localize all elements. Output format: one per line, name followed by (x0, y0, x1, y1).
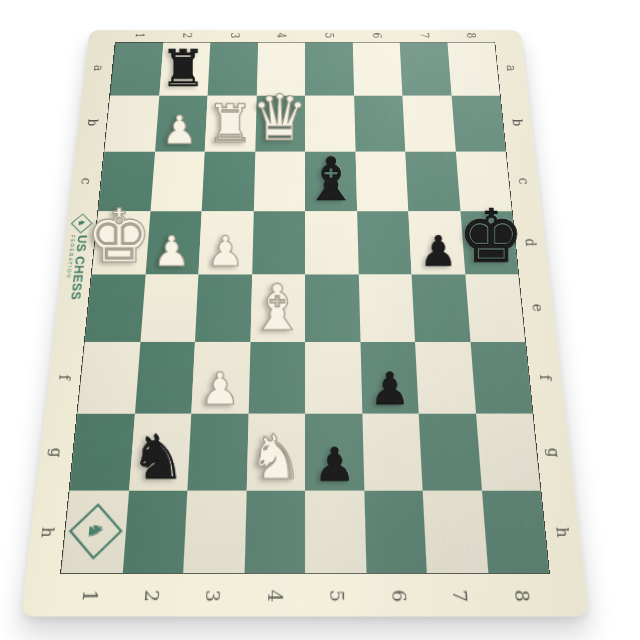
square-h5 (305, 491, 366, 573)
square-g4: ♞ (246, 414, 305, 491)
square-h2 (122, 491, 187, 573)
coord-label-top-3: 3 (228, 33, 241, 39)
coord-label-left-f: f (56, 375, 73, 380)
label-slot-bottom-6: 7 (427, 574, 492, 616)
black-rook: ♜ (161, 43, 207, 94)
label-slot-bottom-7: 8 (489, 574, 555, 616)
square-g2: ♞ (129, 414, 192, 491)
label-slot-bottom-1: 2 (118, 574, 183, 616)
square-b3: ♜ (205, 96, 257, 152)
square-b1 (104, 96, 158, 152)
rank-labels-bottom: 12345678 (56, 574, 555, 616)
white-pawn: ♟ (200, 367, 240, 412)
coord-label-bottom-7: 7 (448, 589, 471, 602)
square-e6 (358, 275, 415, 342)
square-e3 (195, 275, 252, 342)
black-king: ♚ (458, 199, 524, 273)
square-c3 (202, 152, 255, 212)
coord-label-right-e: e (529, 304, 546, 312)
coord-label-right-b: b (510, 119, 526, 126)
square-e1 (85, 275, 145, 342)
square-d1: ♚ (92, 211, 150, 274)
square-f1 (78, 342, 140, 414)
square-h8 (481, 491, 548, 573)
white-bishop: ♝ (249, 276, 306, 340)
label-slot-bottom-0: 1 (56, 574, 122, 616)
square-e4: ♝ (250, 275, 305, 342)
square-a8 (447, 43, 500, 96)
coord-label-top-8: 8 (464, 33, 477, 39)
white-pawn: ♟ (206, 231, 243, 273)
square-d2: ♟ (145, 211, 202, 274)
square-f6: ♟ (360, 342, 419, 414)
square-f7 (415, 342, 476, 414)
coord-label-right-d: d (522, 238, 539, 246)
square-d8: ♚ (460, 211, 518, 274)
square-g5: ♟ (305, 414, 364, 491)
coord-label-right-f: f (537, 375, 554, 380)
square-e2 (140, 275, 198, 342)
square-e5 (305, 275, 360, 342)
label-slot-top-6: 7 (399, 29, 447, 42)
white-pawn: ♟ (162, 111, 197, 150)
square-f2 (134, 342, 195, 414)
board-grid: ♜♟♜♛♝♚♟♟♟♚♝♟♟♞♞♟♞ (60, 42, 550, 574)
label-slot-bottom-2: 3 (180, 574, 243, 616)
coord-label-bottom-3: 3 (201, 589, 223, 602)
square-a2: ♜ (159, 43, 210, 96)
square-d3: ♟ (198, 211, 253, 274)
coord-label-top-7: 7 (417, 33, 430, 39)
coord-label-left-c: c (78, 177, 94, 184)
square-f3: ♟ (191, 342, 250, 414)
coord-label-top-5: 5 (322, 33, 334, 39)
square-e7 (412, 275, 470, 342)
coord-label-top-1: 1 (133, 33, 146, 39)
square-a1 (110, 43, 163, 96)
coord-label-bottom-6: 6 (387, 589, 409, 602)
square-g3 (187, 414, 248, 491)
coord-label-right-c: c (516, 177, 532, 184)
watermark-diamond-knight-icon: ♞ (69, 503, 123, 560)
square-c2 (150, 152, 205, 212)
label-slot-top-3: 4 (257, 29, 305, 42)
square-d5 (305, 211, 358, 274)
coord-label-right-h: h (553, 527, 572, 538)
coord-label-right-g: g (544, 447, 562, 457)
label-slot-top-0: 1 (115, 29, 164, 42)
coord-label-left-h: h (38, 527, 57, 538)
white-king: ♚ (86, 199, 152, 273)
square-d6 (357, 211, 412, 274)
square-c6 (355, 152, 408, 212)
label-slot-right-0: a (495, 42, 528, 95)
label-slot-top-5: 6 (352, 29, 400, 42)
square-h1: ♞ (61, 491, 128, 573)
square-a7 (400, 43, 451, 96)
coord-label-top-2: 2 (180, 33, 193, 39)
square-b8 (451, 96, 505, 152)
square-f8 (470, 342, 532, 414)
square-b6 (354, 96, 406, 152)
square-c5: ♝ (305, 152, 357, 212)
square-c7 (405, 152, 460, 212)
square-h6 (364, 491, 427, 573)
square-a3 (208, 43, 258, 96)
coord-label-left-b: b (85, 119, 101, 126)
black-pawn: ♟ (314, 442, 355, 488)
square-b4: ♛ (255, 96, 305, 152)
coord-label-bottom-5: 5 (325, 589, 347, 602)
black-pawn: ♟ (370, 367, 410, 412)
chess-board-sheet: 12345678 12345678 abcfgh abcdefgh ♞ US C… (21, 30, 589, 616)
label-slot-bottom-3: 4 (243, 574, 305, 616)
square-h3 (183, 491, 246, 573)
square-b7 (402, 96, 455, 152)
square-g1 (70, 414, 135, 491)
white-queen: ♛ (251, 86, 308, 150)
coord-label-bottom-2: 2 (139, 589, 162, 602)
square-h4 (244, 491, 305, 573)
black-knight: ♞ (131, 427, 186, 489)
photo-scene: 12345678 12345678 abcfgh abcdefgh ♞ US C… (0, 0, 640, 640)
square-g6 (362, 414, 423, 491)
square-f4 (248, 342, 305, 414)
black-pawn: ♟ (419, 231, 456, 273)
coord-label-left-g: g (47, 447, 65, 457)
label-slot-top-7: 8 (447, 29, 496, 42)
square-g8 (476, 414, 541, 491)
black-bishop: ♝ (304, 150, 358, 210)
square-f5 (305, 342, 362, 414)
white-rook: ♜ (206, 98, 253, 150)
square-d7: ♟ (408, 211, 465, 274)
watermark-knight-icon: ♞ (85, 522, 106, 540)
coord-label-bottom-8: 8 (510, 589, 533, 602)
white-pawn: ♟ (153, 231, 190, 273)
coord-label-bottom-1: 1 (77, 589, 100, 602)
square-a6 (352, 43, 402, 96)
label-slot-right-1: b (501, 95, 535, 151)
square-d4 (252, 211, 305, 274)
square-g7 (419, 414, 482, 491)
square-h7 (423, 491, 488, 573)
square-c4 (253, 152, 305, 212)
corner-watermark: ♞ (61, 491, 128, 573)
coord-label-bottom-4: 4 (263, 589, 285, 602)
coord-label-top-4: 4 (275, 33, 287, 39)
label-slot-top-4: 5 (305, 29, 353, 42)
square-b2: ♟ (155, 96, 208, 152)
logo-subtitle: FEDERATION (64, 235, 77, 300)
white-knight: ♞ (248, 427, 303, 489)
label-slot-bottom-4: 5 (305, 574, 367, 616)
square-e8 (465, 275, 525, 342)
square-a5 (305, 43, 354, 96)
coord-label-top-6: 6 (370, 33, 383, 39)
coord-label-right-a: a (504, 65, 519, 71)
coord-label-left-a: a (91, 65, 106, 71)
label-slot-bottom-5: 6 (366, 574, 429, 616)
label-slot-top-2: 3 (210, 29, 258, 42)
